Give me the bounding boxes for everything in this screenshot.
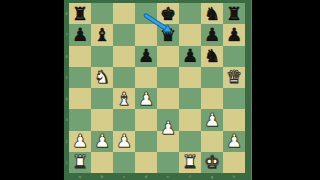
square-b7[interactable]: ♝: [91, 24, 113, 45]
chess-thumbnail: ♜♚♞♜♟♝♛♟♟♟♟♞♞♛♝♟♟♟♟♟♟♟♜♜♚ 87654321 abcde…: [0, 0, 320, 180]
file-coordinates: abcdefgh: [69, 172, 245, 180]
board-frame: ♜♚♞♜♟♝♛♟♟♟♟♞♞♛♝♟♟♟♟♟♟♟♜♜♚ 87654321 abcde…: [64, 0, 252, 180]
square-a7[interactable]: ♟: [69, 24, 91, 45]
square-g4[interactable]: [201, 88, 223, 109]
letterbox-left: [0, 0, 64, 180]
black-queen[interactable]: ♛: [157, 24, 179, 45]
square-e5[interactable]: [157, 67, 179, 88]
square-b6[interactable]: [91, 46, 113, 67]
black-king[interactable]: ♚: [157, 3, 179, 24]
rank-label-4: 4: [66, 95, 68, 102]
white-queen[interactable]: ♛: [223, 67, 245, 88]
square-f6[interactable]: ♟: [179, 46, 201, 67]
square-g5[interactable]: [201, 67, 223, 88]
square-a6[interactable]: [69, 46, 91, 67]
square-a5[interactable]: [69, 67, 91, 88]
square-e1[interactable]: [157, 152, 179, 173]
square-a4[interactable]: [69, 88, 91, 109]
square-a1[interactable]: ♜: [69, 152, 91, 173]
rank-label-3: 3: [66, 116, 68, 123]
white-pawn[interactable]: ♟: [201, 109, 223, 130]
white-rook[interactable]: ♜: [179, 152, 201, 173]
square-d3[interactable]: [135, 109, 157, 130]
square-f3[interactable]: [179, 109, 201, 130]
square-f2[interactable]: [179, 131, 201, 152]
rank-label-1: 1: [66, 159, 68, 166]
square-a8[interactable]: ♜: [69, 3, 91, 24]
square-c2[interactable]: ♟: [113, 131, 135, 152]
square-c3[interactable]: [113, 109, 135, 130]
black-pawn[interactable]: ♟: [69, 24, 91, 45]
square-f5[interactable]: [179, 67, 201, 88]
letterbox-right: [252, 0, 320, 180]
white-pawn[interactable]: ♟: [69, 131, 91, 152]
chess-board[interactable]: ♜♚♞♜♟♝♛♟♟♟♟♞♞♛♝♟♟♟♟♟♟♟♜♜♚: [69, 3, 245, 173]
square-h5[interactable]: ♛: [223, 67, 245, 88]
rank-label-8: 8: [66, 10, 68, 17]
file-label-b: b: [98, 174, 106, 177]
square-h7[interactable]: ♟: [223, 24, 245, 45]
square-c8[interactable]: [113, 3, 135, 24]
file-label-h: h: [230, 174, 238, 177]
black-knight[interactable]: ♞: [201, 46, 223, 67]
square-f7[interactable]: [179, 24, 201, 45]
square-e4[interactable]: [157, 88, 179, 109]
square-b8[interactable]: [91, 3, 113, 24]
square-d2[interactable]: [135, 131, 157, 152]
white-pawn[interactable]: ♟: [91, 131, 113, 152]
white-pawn[interactable]: ♟: [223, 131, 245, 152]
square-a2[interactable]: ♟: [69, 131, 91, 152]
square-g2[interactable]: [201, 131, 223, 152]
square-g3[interactable]: ♟: [201, 109, 223, 130]
square-g7[interactable]: ♟: [201, 24, 223, 45]
square-d8[interactable]: [135, 3, 157, 24]
white-king[interactable]: ♚: [201, 152, 223, 173]
white-knight[interactable]: ♞: [91, 67, 113, 88]
square-e8[interactable]: ♚: [157, 3, 179, 24]
square-h8[interactable]: ♜: [223, 3, 245, 24]
square-c5[interactable]: [113, 67, 135, 88]
black-knight[interactable]: ♞: [201, 3, 223, 24]
white-rook[interactable]: ♜: [69, 152, 91, 173]
square-d6[interactable]: ♟: [135, 46, 157, 67]
file-label-c: c: [120, 174, 128, 177]
rank-label-7: 7: [66, 31, 68, 38]
square-e7[interactable]: ♛: [157, 24, 179, 45]
file-label-g: g: [208, 174, 216, 177]
white-bishop[interactable]: ♝: [113, 88, 135, 109]
rank-label-6: 6: [66, 52, 68, 59]
black-pawn[interactable]: ♟: [179, 46, 201, 67]
square-h3[interactable]: [223, 109, 245, 130]
black-rook[interactable]: ♜: [69, 3, 91, 24]
square-b2[interactable]: ♟: [91, 131, 113, 152]
square-g6[interactable]: ♞: [201, 46, 223, 67]
black-pawn[interactable]: ♟: [201, 24, 223, 45]
square-c1[interactable]: [113, 152, 135, 173]
square-g8[interactable]: ♞: [201, 3, 223, 24]
square-c4[interactable]: ♝: [113, 88, 135, 109]
square-c6[interactable]: [113, 46, 135, 67]
square-c7[interactable]: [113, 24, 135, 45]
square-g1[interactable]: ♚: [201, 152, 223, 173]
square-d1[interactable]: [135, 152, 157, 173]
white-pawn[interactable]: ♟: [135, 88, 157, 109]
square-b4[interactable]: [91, 88, 113, 109]
square-f4[interactable]: [179, 88, 201, 109]
square-b5[interactable]: ♞: [91, 67, 113, 88]
square-e6[interactable]: [157, 46, 179, 67]
rank-label-2: 2: [66, 137, 68, 144]
rank-label-5: 5: [66, 74, 68, 81]
square-h2[interactable]: ♟: [223, 131, 245, 152]
black-bishop[interactable]: ♝: [91, 24, 113, 45]
square-e3[interactable]: ♟: [157, 109, 179, 130]
square-d4[interactable]: ♟: [135, 88, 157, 109]
square-h4[interactable]: [223, 88, 245, 109]
square-d7[interactable]: [135, 24, 157, 45]
file-label-d: d: [142, 174, 150, 177]
white-pawn[interactable]: ♟: [157, 117, 179, 138]
square-d5[interactable]: [135, 67, 157, 88]
white-pawn[interactable]: ♟: [113, 131, 135, 152]
square-b1[interactable]: [91, 152, 113, 173]
square-b3[interactable]: [91, 109, 113, 130]
black-pawn[interactable]: ♟: [135, 46, 157, 67]
black-pawn[interactable]: ♟: [223, 24, 245, 45]
file-label-f: f: [186, 174, 194, 177]
square-h1[interactable]: [223, 152, 245, 173]
square-f1[interactable]: ♜: [179, 152, 201, 173]
black-rook[interactable]: ♜: [223, 3, 245, 24]
file-label-a: a: [76, 174, 84, 177]
square-f8[interactable]: [179, 3, 201, 24]
square-h6[interactable]: [223, 46, 245, 67]
square-a3[interactable]: [69, 109, 91, 130]
file-label-e: e: [164, 174, 172, 177]
